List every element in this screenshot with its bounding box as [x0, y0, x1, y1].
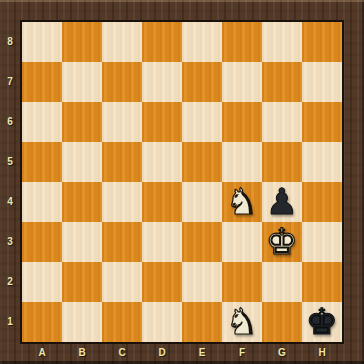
board-square[interactable] — [102, 102, 142, 142]
board-square[interactable] — [222, 22, 262, 62]
board-square[interactable] — [62, 62, 102, 102]
board-square[interactable] — [262, 302, 302, 342]
board-square[interactable] — [302, 182, 342, 222]
file-label-a: A — [22, 344, 62, 364]
board-square[interactable] — [142, 142, 182, 182]
rank-label-8: 8 — [0, 22, 20, 62]
board-square[interactable] — [102, 262, 142, 302]
board-square[interactable]: ♞ — [222, 182, 262, 222]
board-square[interactable] — [182, 262, 222, 302]
white-king[interactable]: ♚ — [262, 222, 302, 262]
board-square[interactable] — [22, 262, 62, 302]
board-square[interactable] — [222, 222, 262, 262]
file-label-e: E — [182, 344, 222, 364]
board-square[interactable] — [182, 182, 222, 222]
board-square[interactable] — [102, 22, 142, 62]
rank-label-6: 6 — [0, 102, 20, 142]
white-knight[interactable]: ♞ — [222, 182, 262, 222]
rank-label-5: 5 — [0, 142, 20, 182]
board-square[interactable] — [22, 22, 62, 62]
board-square[interactable] — [102, 142, 142, 182]
file-label-h: H — [302, 344, 342, 364]
board-square[interactable]: ♚ — [262, 222, 302, 262]
board-square[interactable] — [182, 102, 222, 142]
board-square[interactable] — [222, 102, 262, 142]
board-square[interactable] — [62, 222, 102, 262]
board-square[interactable] — [62, 142, 102, 182]
board-square[interactable] — [142, 262, 182, 302]
board-square[interactable] — [142, 62, 182, 102]
white-knight[interactable]: ♞ — [222, 302, 262, 342]
board-square[interactable] — [102, 182, 142, 222]
board-square[interactable] — [302, 22, 342, 62]
black-king[interactable]: ♚ — [302, 302, 342, 342]
board-square[interactable] — [142, 22, 182, 62]
file-label-d: D — [142, 344, 182, 364]
board-square[interactable] — [22, 182, 62, 222]
board-square[interactable] — [302, 262, 342, 302]
black-pawn[interactable]: ♟ — [262, 182, 302, 222]
board-square[interactable] — [222, 262, 262, 302]
board-square[interactable] — [102, 302, 142, 342]
rank-label-3: 3 — [0, 222, 20, 262]
board-square[interactable] — [302, 142, 342, 182]
rank-label-4: 4 — [0, 182, 20, 222]
board-square[interactable] — [262, 262, 302, 302]
board-square[interactable] — [62, 182, 102, 222]
board-square[interactable]: ♞ — [222, 302, 262, 342]
board-square[interactable]: ♟ — [262, 182, 302, 222]
board-square[interactable] — [222, 62, 262, 102]
board-square[interactable] — [182, 302, 222, 342]
board-square[interactable] — [22, 142, 62, 182]
board-square[interactable] — [22, 302, 62, 342]
board-square[interactable] — [302, 222, 342, 262]
board-square[interactable] — [142, 302, 182, 342]
board-square[interactable] — [22, 222, 62, 262]
board-square[interactable] — [262, 142, 302, 182]
board-square[interactable] — [182, 22, 222, 62]
board-square[interactable]: ♚ — [302, 302, 342, 342]
rank-label-2: 2 — [0, 262, 20, 302]
chess-board: ♞♟♚♞♚ — [20, 20, 344, 344]
board-square[interactable] — [22, 102, 62, 142]
file-label-g: G — [262, 344, 302, 364]
rank-label-1: 1 — [0, 302, 20, 342]
board-square[interactable] — [142, 222, 182, 262]
board-square[interactable] — [302, 62, 342, 102]
board-square[interactable] — [262, 22, 302, 62]
board-square[interactable] — [62, 22, 102, 62]
board-square[interactable] — [182, 222, 222, 262]
file-label-c: C — [102, 344, 142, 364]
board-square[interactable] — [182, 142, 222, 182]
board-frame: ♞♟♚♞♚ 87654321 ABCDEFGH — [0, 0, 364, 364]
board-square[interactable] — [222, 142, 262, 182]
rank-label-7: 7 — [0, 62, 20, 102]
board-square[interactable] — [102, 62, 142, 102]
board-square[interactable] — [302, 102, 342, 142]
board-square[interactable] — [182, 62, 222, 102]
board-square[interactable] — [262, 102, 302, 142]
board-square[interactable] — [62, 262, 102, 302]
board-square[interactable] — [22, 62, 62, 102]
board-square[interactable] — [142, 182, 182, 222]
file-label-b: B — [62, 344, 102, 364]
board-square[interactable] — [142, 102, 182, 142]
board-square[interactable] — [62, 102, 102, 142]
board-square[interactable] — [262, 62, 302, 102]
board-square[interactable] — [62, 302, 102, 342]
file-label-f: F — [222, 344, 262, 364]
board-square[interactable] — [102, 222, 142, 262]
